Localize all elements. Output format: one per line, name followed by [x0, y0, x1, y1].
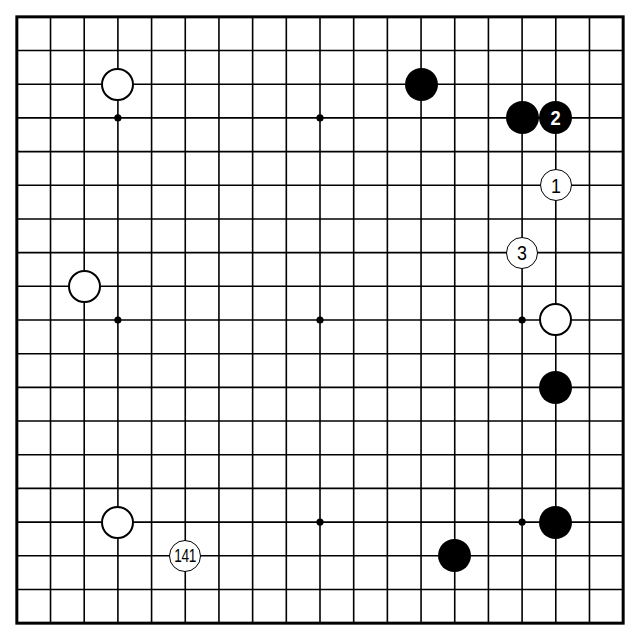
stone-black-Q16[interactable]: [506, 101, 539, 134]
stone-white-R10[interactable]: [539, 303, 572, 336]
stones-layer: 213141: [0, 0, 640, 640]
go-board: 213141: [0, 0, 640, 640]
stone-white-D4[interactable]: [101, 506, 134, 539]
stone-white-R14-move-1[interactable]: 1: [540, 169, 572, 201]
stone-black-N17[interactable]: [405, 68, 438, 101]
move-number-label: 2: [551, 108, 561, 128]
stone-white-D17[interactable]: [101, 68, 134, 101]
stone-black-R8[interactable]: [539, 371, 572, 404]
stone-white-Q12-move-3[interactable]: 3: [506, 237, 538, 269]
move-number-label: 3: [517, 242, 527, 263]
stone-white-C11[interactable]: [68, 270, 101, 303]
stone-black-R4[interactable]: [539, 506, 572, 539]
move-number-label: 1: [551, 175, 561, 196]
move-number-label: 141: [174, 546, 196, 565]
stone-black-O3[interactable]: [438, 539, 471, 572]
stone-white-F3-move-141[interactable]: 141: [169, 540, 201, 572]
stone-black-R16-move-2[interactable]: 2: [539, 101, 572, 134]
